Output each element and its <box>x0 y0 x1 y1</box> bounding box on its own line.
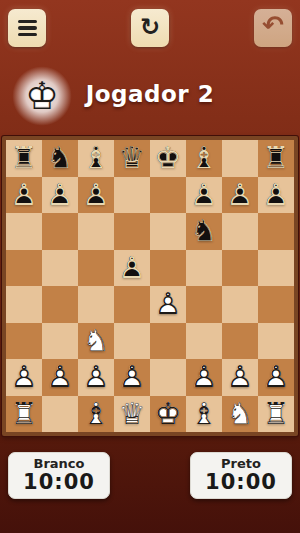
square-c4[interactable] <box>78 286 114 323</box>
piece-black-pawn: ♟♙ <box>6 177 42 214</box>
piece-white-bishop: ♝♗ <box>78 396 114 433</box>
piece-black-knight: ♞♘ <box>186 213 222 250</box>
square-b5[interactable] <box>42 250 78 287</box>
square-f4[interactable] <box>186 286 222 323</box>
menu-button[interactable] <box>8 9 46 47</box>
piece-white-rook: ♜♖ <box>258 396 294 433</box>
square-f3[interactable] <box>186 323 222 360</box>
square-a3[interactable] <box>6 323 42 360</box>
app-screen: ↻ ↶ ♚ ♔ Jogador 2 ♜♖♞♘♝♗♛♕♚♔♝♗♜♖♟♙♟♙♟♙♟♙… <box>0 0 300 533</box>
piece-black-pawn: ♟♙ <box>114 250 150 287</box>
piece-white-pawn: ♟♙ <box>150 286 186 323</box>
square-c2[interactable]: ♟♙ <box>78 359 114 396</box>
square-f8[interactable]: ♝♗ <box>186 140 222 177</box>
square-g8[interactable] <box>222 140 258 177</box>
piece-black-bishop: ♝♗ <box>186 140 222 177</box>
square-d5[interactable]: ♟♙ <box>114 250 150 287</box>
board-frame: ♜♖♞♘♝♗♛♕♚♔♝♗♜♖♟♙♟♙♟♙♟♙♟♙♟♙♞♘♟♙♟♙♞♘♟♙♟♙♟♙… <box>2 136 298 436</box>
square-a4[interactable] <box>6 286 42 323</box>
square-c5[interactable] <box>78 250 114 287</box>
square-g1[interactable]: ♞♘ <box>222 396 258 433</box>
white-clock: Branco 10:00 <box>8 452 110 499</box>
chess-board[interactable]: ♜♖♞♘♝♗♛♕♚♔♝♗♜♖♟♙♟♙♟♙♟♙♟♙♟♙♞♘♟♙♟♙♞♘♟♙♟♙♟♙… <box>6 140 294 432</box>
square-d1[interactable]: ♛♕ <box>114 396 150 433</box>
square-a1[interactable]: ♜♖ <box>6 396 42 433</box>
square-a7[interactable]: ♟♙ <box>6 177 42 214</box>
square-a2[interactable]: ♟♙ <box>6 359 42 396</box>
piece-white-knight: ♞♘ <box>222 396 258 433</box>
square-d3[interactable] <box>114 323 150 360</box>
square-g4[interactable] <box>222 286 258 323</box>
piece-white-bishop: ♝♗ <box>186 396 222 433</box>
square-a5[interactable] <box>6 250 42 287</box>
piece-white-pawn: ♟♙ <box>6 359 42 396</box>
black-clock: Preto 10:00 <box>190 452 292 499</box>
square-e3[interactable] <box>150 323 186 360</box>
square-c6[interactable] <box>78 213 114 250</box>
square-b6[interactable] <box>42 213 78 250</box>
square-f2[interactable]: ♟♙ <box>186 359 222 396</box>
piece-white-pawn: ♟♙ <box>78 359 114 396</box>
square-e7[interactable] <box>150 177 186 214</box>
piece-white-rook: ♜♖ <box>6 396 42 433</box>
piece-white-knight: ♞♘ <box>78 323 114 360</box>
square-h2[interactable]: ♟♙ <box>258 359 294 396</box>
square-c1[interactable]: ♝♗ <box>78 396 114 433</box>
undo-arrow-icon: ↶ <box>262 12 284 38</box>
square-h7[interactable]: ♟♙ <box>258 177 294 214</box>
piece-white-pawn: ♟♙ <box>258 359 294 396</box>
black-clock-label: Preto <box>221 457 261 471</box>
square-a8[interactable]: ♜♖ <box>6 140 42 177</box>
square-c7[interactable]: ♟♙ <box>78 177 114 214</box>
square-g6[interactable] <box>222 213 258 250</box>
piece-white-pawn: ♟♙ <box>186 359 222 396</box>
player-name-label: Jogador 2 <box>0 81 300 107</box>
square-f6[interactable]: ♞♘ <box>186 213 222 250</box>
square-c3[interactable]: ♞♘ <box>78 323 114 360</box>
piece-white-pawn: ♟♙ <box>222 359 258 396</box>
square-f7[interactable]: ♟♙ <box>186 177 222 214</box>
new-game-button[interactable]: ↻ <box>131 9 169 47</box>
piece-black-bishop: ♝♗ <box>78 140 114 177</box>
piece-black-pawn: ♟♙ <box>42 177 78 214</box>
piece-white-pawn: ♟♙ <box>114 359 150 396</box>
white-clock-time: 10:00 <box>23 471 95 494</box>
piece-black-pawn: ♟♙ <box>258 177 294 214</box>
square-b4[interactable] <box>42 286 78 323</box>
square-e4[interactable]: ♟♙ <box>150 286 186 323</box>
square-f5[interactable] <box>186 250 222 287</box>
black-clock-time: 10:00 <box>205 471 277 494</box>
white-clock-label: Branco <box>34 457 85 471</box>
square-g5[interactable] <box>222 250 258 287</box>
piece-black-pawn: ♟♙ <box>186 177 222 214</box>
piece-white-pawn: ♟♙ <box>42 359 78 396</box>
square-d8[interactable]: ♛♕ <box>114 140 150 177</box>
square-e5[interactable] <box>150 250 186 287</box>
square-b8[interactable]: ♞♘ <box>42 140 78 177</box>
square-h4[interactable] <box>258 286 294 323</box>
square-e1[interactable]: ♚♔ <box>150 396 186 433</box>
square-b1[interactable] <box>42 396 78 433</box>
square-f1[interactable]: ♝♗ <box>186 396 222 433</box>
square-g2[interactable]: ♟♙ <box>222 359 258 396</box>
piece-black-king: ♚♔ <box>150 140 186 177</box>
square-c8[interactable]: ♝♗ <box>78 140 114 177</box>
square-h8[interactable]: ♜♖ <box>258 140 294 177</box>
piece-black-knight: ♞♘ <box>42 140 78 177</box>
undo-button[interactable]: ↶ <box>254 9 292 47</box>
refresh-icon: ↻ <box>140 15 160 39</box>
square-d2[interactable]: ♟♙ <box>114 359 150 396</box>
square-h3[interactable] <box>258 323 294 360</box>
square-e2[interactable] <box>150 359 186 396</box>
square-b2[interactable]: ♟♙ <box>42 359 78 396</box>
square-d6[interactable] <box>114 213 150 250</box>
square-g3[interactable] <box>222 323 258 360</box>
square-d4[interactable] <box>114 286 150 323</box>
square-b7[interactable]: ♟♙ <box>42 177 78 214</box>
square-h6[interactable] <box>258 213 294 250</box>
square-g7[interactable]: ♟♙ <box>222 177 258 214</box>
piece-black-rook: ♜♖ <box>6 140 42 177</box>
piece-black-rook: ♜♖ <box>258 140 294 177</box>
hamburger-icon <box>18 20 37 37</box>
square-d7[interactable] <box>114 177 150 214</box>
square-e8[interactable]: ♚♔ <box>150 140 186 177</box>
piece-black-pawn: ♟♙ <box>78 177 114 214</box>
square-b3[interactable] <box>42 323 78 360</box>
square-h1[interactable]: ♜♖ <box>258 396 294 433</box>
square-e6[interactable] <box>150 213 186 250</box>
piece-black-queen: ♛♕ <box>114 140 150 177</box>
square-h5[interactable] <box>258 250 294 287</box>
piece-white-king: ♚♔ <box>150 396 186 433</box>
square-a6[interactable] <box>6 213 42 250</box>
piece-black-pawn: ♟♙ <box>222 177 258 214</box>
piece-white-queen: ♛♕ <box>114 396 150 433</box>
